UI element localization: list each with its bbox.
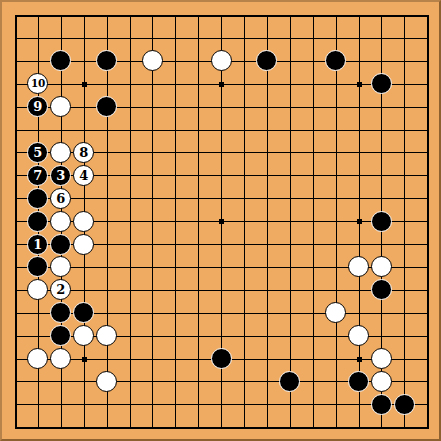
star-point: [219, 219, 224, 224]
move-number: 2: [56, 283, 65, 296]
white-stone: [348, 325, 369, 346]
white-stone: 8: [73, 142, 94, 163]
white-stone: [211, 50, 232, 71]
star-point: [82, 357, 87, 362]
move-number: 10: [31, 78, 45, 89]
star-point: [357, 357, 362, 362]
move-number: 6: [56, 192, 65, 205]
white-stone: 4: [73, 165, 94, 186]
move-number: 3: [56, 169, 65, 182]
black-stone: [50, 234, 71, 255]
white-stone: [50, 211, 71, 232]
white-stone: 6: [50, 188, 71, 209]
black-stone: [371, 394, 392, 415]
black-stone: [371, 211, 392, 232]
black-stone: [211, 348, 232, 369]
white-stone: [371, 371, 392, 392]
black-stone: [394, 394, 415, 415]
move-number: 7: [33, 169, 42, 182]
black-stone: [27, 188, 48, 209]
black-stone: 1: [27, 234, 48, 255]
go-board: 10958734612: [0, 0, 441, 441]
black-stone: [27, 211, 48, 232]
move-number: 4: [79, 169, 88, 182]
move-number: 5: [33, 146, 42, 159]
white-stone: [73, 234, 94, 255]
black-stone: 3: [50, 165, 71, 186]
black-stone: [348, 371, 369, 392]
star-point: [357, 82, 362, 87]
star-point: [219, 82, 224, 87]
move-number: 8: [79, 146, 88, 159]
star-point: [82, 82, 87, 87]
black-stone: [371, 73, 392, 94]
move-number: 1: [33, 238, 42, 251]
white-stone: [371, 348, 392, 369]
white-stone: [96, 371, 117, 392]
move-number: 9: [33, 100, 42, 113]
white-stone: [73, 211, 94, 232]
star-point: [357, 219, 362, 224]
